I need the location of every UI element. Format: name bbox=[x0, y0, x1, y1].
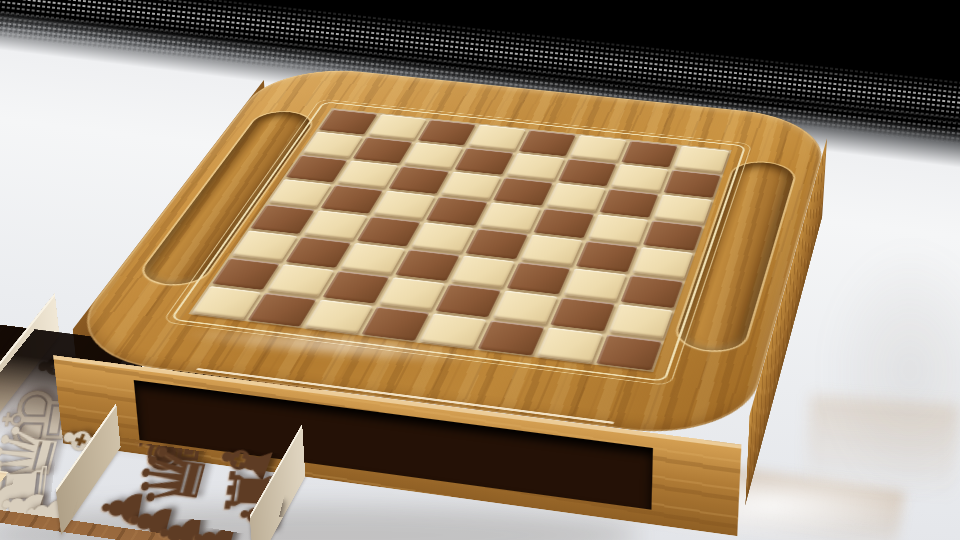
drawer-front-edge-highlight bbox=[0, 521, 213, 540]
square-h1[interactable] bbox=[596, 335, 662, 371]
square-f4[interactable] bbox=[520, 235, 582, 266]
square-g1[interactable] bbox=[537, 327, 603, 363]
square-e4[interactable] bbox=[465, 228, 528, 259]
square-e3[interactable] bbox=[451, 256, 515, 288]
square-g2[interactable] bbox=[550, 297, 615, 331]
square-e2[interactable] bbox=[435, 284, 501, 317]
square-h2[interactable] bbox=[609, 304, 673, 338]
square-g3[interactable] bbox=[563, 268, 626, 301]
square-f2[interactable] bbox=[492, 291, 557, 325]
render-frame: ♝♞♟♜ ♚♛♜♞♝♟♟♟♟ ♚♛♞♝♜♟♟♟♟♟ bbox=[0, 0, 960, 540]
square-f1[interactable] bbox=[478, 320, 545, 355]
board-3d-scene: ♝♞♟♜ ♚♛♜♞♝♟♟♟♟ ♚♛♞♝♜♟♟♟♟♟ bbox=[63, 139, 827, 536]
square-f3[interactable] bbox=[507, 262, 571, 294]
square-h3[interactable] bbox=[620, 275, 683, 308]
